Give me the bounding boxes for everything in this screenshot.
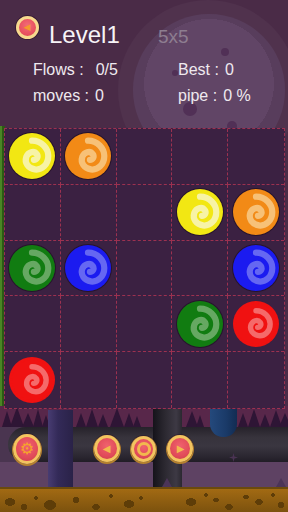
right-arrow-icon: ▶ (177, 444, 185, 454)
flows-label: Flows : (33, 61, 84, 78)
grid-cell-r3c4[interactable] (228, 296, 284, 352)
pine-tree-silhouette (196, 415, 204, 427)
green-dot[interactable] (9, 245, 55, 291)
blue-dot[interactable] (233, 245, 279, 291)
swirl-icon (9, 245, 55, 291)
swirl-icon (12, 360, 52, 400)
grid-cell-r2c4[interactable] (228, 241, 284, 297)
puzzle-board[interactable] (4, 128, 285, 409)
settings-button[interactable]: ⚙ (13, 434, 41, 464)
grid-cell-r2c3[interactable] (172, 241, 228, 297)
grid-cell-r3c2[interactable] (117, 296, 173, 352)
moves-stat: moves :0 (33, 87, 104, 105)
swirl-icon (9, 133, 55, 179)
grid-cell-r4c1[interactable] (61, 352, 117, 408)
grid-cell-r0c0[interactable] (5, 129, 61, 185)
restart-ring-icon (137, 442, 151, 456)
orange-dot[interactable] (65, 133, 111, 179)
grid-cell-r3c3[interactable] (172, 296, 228, 352)
best-label: Best : (178, 61, 219, 78)
pipe-label: pipe : (178, 87, 217, 104)
moves-label: moves : (33, 87, 89, 104)
yellow-dot[interactable] (177, 189, 223, 235)
pine-tree-silhouette (279, 413, 288, 427)
orange-dot[interactable] (233, 189, 279, 235)
moon-crater (221, 48, 229, 56)
back-button[interactable]: ◀ (16, 16, 39, 39)
blue-pipe-decor (210, 406, 237, 437)
grass-decor (276, 478, 286, 487)
swirl-icon (233, 189, 279, 235)
red-dot[interactable] (233, 301, 279, 347)
previous-level-button[interactable]: ◀ (94, 435, 120, 462)
back-arrow-icon: ◀ (24, 23, 31, 32)
best-stat: Best :0 (178, 61, 234, 79)
game-screen: ◀ Level1 5x5 Flows :0/5 Best :0 moves :0… (0, 0, 288, 512)
grid-cell-r2c1[interactable] (61, 241, 117, 297)
grid-cell-r0c1[interactable] (61, 129, 117, 185)
moves-value: 0 (95, 87, 104, 104)
swirl-icon (177, 189, 223, 235)
swirl-icon (233, 245, 279, 291)
board-size-label: 5x5 (158, 26, 189, 48)
swirl-icon (65, 133, 111, 179)
swirl-icon (177, 301, 223, 347)
pine-tree-silhouette (76, 413, 86, 427)
pine-tree-silhouette (98, 414, 108, 427)
grid-cell-r1c3[interactable] (172, 185, 228, 241)
grid-cell-r0c2[interactable] (117, 129, 173, 185)
pipe-stat: pipe :0 % (178, 87, 251, 105)
pipe-value: 0 % (223, 87, 251, 104)
grid-cell-r3c1[interactable] (61, 296, 117, 352)
grid-cell-r0c4[interactable] (228, 129, 284, 185)
next-level-button[interactable]: ▶ (167, 435, 193, 462)
pine-tree-silhouette (133, 416, 141, 427)
swirl-icon (236, 304, 276, 344)
level-title: Level1 (49, 21, 120, 49)
restart-button[interactable] (131, 436, 156, 462)
pine-tree-silhouette (260, 414, 270, 427)
grid-cell-r3c0[interactable] (5, 296, 61, 352)
grid-cell-r4c2[interactable] (117, 352, 173, 408)
grid-cell-r1c0[interactable] (5, 185, 61, 241)
grid-cell-r4c4[interactable] (228, 352, 284, 408)
pine-tree-silhouette (248, 409, 260, 427)
pine-tree-silhouette (238, 413, 248, 427)
grid-cell-r1c2[interactable] (117, 185, 173, 241)
flows-value: 0/5 (96, 61, 118, 78)
grid-cell-r4c3[interactable] (172, 352, 228, 408)
grid-cell-r4c0[interactable] (5, 352, 61, 408)
pine-tree-silhouette (86, 409, 98, 427)
blue-dot[interactable] (65, 245, 111, 291)
grid-cell-r1c4[interactable] (228, 185, 284, 241)
swirl-icon (65, 245, 111, 291)
grid-cell-r0c3[interactable] (172, 129, 228, 185)
grid-cell-r2c2[interactable] (117, 241, 173, 297)
ground-dirt (0, 487, 288, 512)
red-dot[interactable] (9, 357, 55, 403)
grid-cell-r1c1[interactable] (61, 185, 117, 241)
left-arrow-icon: ◀ (103, 444, 111, 454)
flows-stat: Flows :0/5 (33, 61, 118, 79)
best-value: 0 (225, 61, 234, 78)
grid-cell-r2c0[interactable] (5, 241, 61, 297)
grass-decor (162, 478, 172, 487)
gear-icon: ⚙ (20, 441, 34, 457)
yellow-dot[interactable] (9, 133, 55, 179)
green-dot[interactable] (177, 301, 223, 347)
pine-tree-silhouette (110, 408, 124, 427)
